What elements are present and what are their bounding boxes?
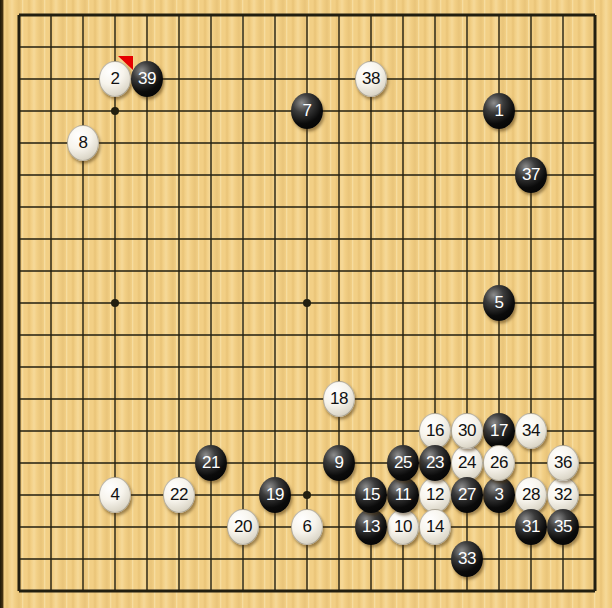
- stone-11-black-N4: 11: [387, 477, 419, 513]
- stone-16-white-O6: 16: [419, 413, 451, 449]
- stone-13-black-M3: 13: [355, 509, 387, 545]
- stone-39-black-E17: 39: [131, 61, 163, 97]
- stone-6-white-K3: 6: [291, 509, 323, 545]
- intersection-O4: 12: [419, 479, 451, 511]
- intersection-R6: 34: [515, 415, 547, 447]
- intersection-S4: 32: [547, 479, 579, 511]
- intersection-Q4: 3: [483, 479, 515, 511]
- intersection-O6: 16: [419, 415, 451, 447]
- stone-1-black-Q16: 1: [483, 93, 515, 129]
- stone-14-white-O3: 14: [419, 509, 451, 545]
- intersection-N4: 11: [387, 479, 419, 511]
- intersection-S3: 35: [547, 511, 579, 543]
- intersection-N3: 10: [387, 511, 419, 543]
- intersection-N5: 25: [387, 447, 419, 479]
- stone-20-white-H3: 20: [227, 509, 259, 545]
- stone-35-black-S3: 35: [547, 509, 579, 545]
- stone-36-white-S5: 36: [547, 445, 579, 481]
- intersection-M3: 13: [355, 511, 387, 543]
- stone-22-white-F4: 22: [163, 477, 195, 513]
- stone-31-black-R3: 31: [515, 509, 547, 545]
- stone-5-black-Q10: 5: [483, 285, 515, 321]
- stone-28-white-R4: 28: [515, 477, 547, 513]
- intersection-R14: 37: [515, 159, 547, 191]
- stone-2-white-D17: 2: [99, 61, 131, 97]
- stone-23-black-O5: 23: [419, 445, 451, 481]
- intersection-Q5: 26: [483, 447, 515, 479]
- intersection-M4: 15: [355, 479, 387, 511]
- intersection-P5: 24: [451, 447, 483, 479]
- intersection-F4: 22: [163, 479, 195, 511]
- intersection-K3: 6: [291, 511, 323, 543]
- intersection-O5: 23: [419, 447, 451, 479]
- stone-30-white-P6: 30: [451, 413, 483, 449]
- intersection-S5: 36: [547, 447, 579, 479]
- intersection-M17: 38: [355, 63, 387, 95]
- go-board-diagram: 1234567891011121314151617181920212223242…: [0, 0, 612, 608]
- stone-15-black-M4: 15: [355, 477, 387, 513]
- stone-38-white-M17: 38: [355, 61, 387, 97]
- intersection-G5: 21: [195, 447, 227, 479]
- board-left-edge: [0, 0, 4, 608]
- stone-8-white-C15: 8: [67, 125, 99, 161]
- intersection-P4: 27: [451, 479, 483, 511]
- intersection-Q6: 17: [483, 415, 515, 447]
- stone-21-black-G5: 21: [195, 445, 227, 481]
- stone-18-white-L7: 18: [323, 381, 355, 417]
- board-intersections[interactable]: 1234567891011121314151617181920212223242…: [3, 0, 611, 607]
- intersection-D4: 4: [99, 479, 131, 511]
- stone-32-white-S4: 32: [547, 477, 579, 513]
- intersection-P2: 33: [451, 543, 483, 575]
- intersection-R3: 31: [515, 511, 547, 543]
- stone-17-black-Q6: 17: [483, 413, 515, 449]
- intersection-R4: 28: [515, 479, 547, 511]
- intersection-L7: 18: [323, 383, 355, 415]
- stone-27-black-P4: 27: [451, 477, 483, 513]
- intersection-C15: 8: [67, 127, 99, 159]
- intersection-O3: 14: [419, 511, 451, 543]
- stone-25-black-N5: 25: [387, 445, 419, 481]
- stone-3-black-Q4: 3: [483, 477, 515, 513]
- intersection-L5: 9: [323, 447, 355, 479]
- stone-9-black-L5: 9: [323, 445, 355, 481]
- intersection-D17: 2: [99, 63, 131, 95]
- intersection-P6: 30: [451, 415, 483, 447]
- stone-10-white-N3: 10: [387, 509, 419, 545]
- stone-4-white-D4: 4: [99, 477, 131, 513]
- stone-24-white-P5: 24: [451, 445, 483, 481]
- intersection-Q10: 5: [483, 287, 515, 319]
- intersection-K16: 7: [291, 95, 323, 127]
- stone-34-white-R6: 34: [515, 413, 547, 449]
- intersection-J4: 19: [259, 479, 291, 511]
- intersection-Q16: 1: [483, 95, 515, 127]
- stone-19-black-J4: 19: [259, 477, 291, 513]
- stone-37-black-R14: 37: [515, 157, 547, 193]
- stone-7-black-K16: 7: [291, 93, 323, 129]
- intersection-H3: 20: [227, 511, 259, 543]
- stone-26-white-Q5: 26: [483, 445, 515, 481]
- stone-33-black-P2: 33: [451, 541, 483, 577]
- stone-12-white-O4: 12: [419, 477, 451, 513]
- intersection-E17: 39: [131, 63, 163, 95]
